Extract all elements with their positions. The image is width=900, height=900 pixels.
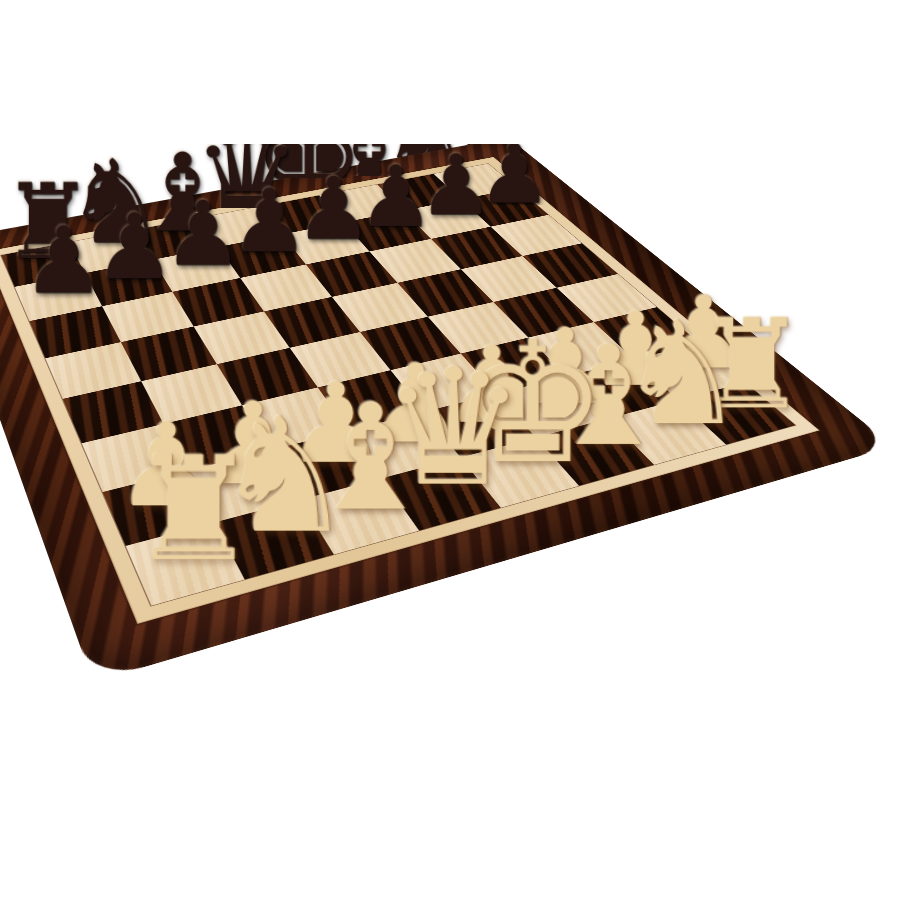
chess-board: ♜♞♝♛♚♝♞♜♟♟♟♟♟♟♟♟♟♟♟♟♟♟♟♟♜♞♝♛♚♝♞♜ — [0, 137, 894, 682]
piece-white-knight-b1: ♞ — [189, 398, 377, 556]
piece-white-pawn-c2: ♟ — [248, 368, 423, 479]
background-mask — [0, 0, 900, 144]
piece-white-king-e1: ♚ — [444, 320, 621, 487]
piece-white-pawn-f2: ♟ — [482, 315, 647, 420]
chess-set-photo: ♜♞♝♛♚♝♞♜♟♟♟♟♟♟♟♟♟♟♟♟♟♟♟♟♜♞♝♛♚♝♞♜ — [0, 0, 900, 900]
